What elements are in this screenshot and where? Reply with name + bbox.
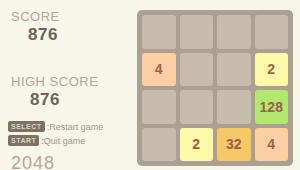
score-label: SCORE [11, 9, 137, 24]
tile-r1c2 [180, 15, 214, 49]
tile-r3c2 [180, 90, 214, 124]
tile-r3c3 [217, 90, 251, 124]
tile-r2c1: 4 [142, 53, 176, 87]
tile-r3c1 [142, 90, 176, 124]
restart-hint: :Restart game [47, 122, 104, 132]
info-panel: SCORE 876 HIGH SCORE 876 SELECT :Restart… [0, 0, 137, 170]
select-key-badge: SELECT [8, 121, 45, 132]
tile-r1c3 [217, 15, 251, 49]
score-value: 876 [28, 25, 137, 44]
controls-legend: SELECT :Restart game START :Quit game [8, 121, 137, 146]
tile-r2c3 [217, 53, 251, 87]
quit-hint: :Quit game [41, 136, 85, 146]
tile-r2c2 [180, 53, 214, 87]
app-title: 2048 [11, 154, 137, 170]
control-row-quit[interactable]: START :Quit game [8, 135, 137, 146]
control-row-restart[interactable]: SELECT :Restart game [8, 121, 137, 132]
start-key-badge: START [8, 135, 39, 146]
tile-r4c1 [142, 128, 176, 162]
tile-r2c4: 2 [255, 53, 289, 87]
high-score-value: 876 [30, 90, 137, 109]
high-score-label: HIGH SCORE [11, 74, 137, 89]
tile-r3c4: 128 [255, 90, 289, 124]
game-board: 4 2 128 2 32 4 [137, 10, 293, 166]
tile-r1c1 [142, 15, 176, 49]
tile-r4c4: 4 [255, 128, 289, 162]
tile-r4c2: 2 [180, 128, 214, 162]
tile-r1c4 [255, 15, 289, 49]
high-score-block: HIGH SCORE 876 [11, 74, 137, 109]
tile-r4c3: 32 [217, 128, 251, 162]
